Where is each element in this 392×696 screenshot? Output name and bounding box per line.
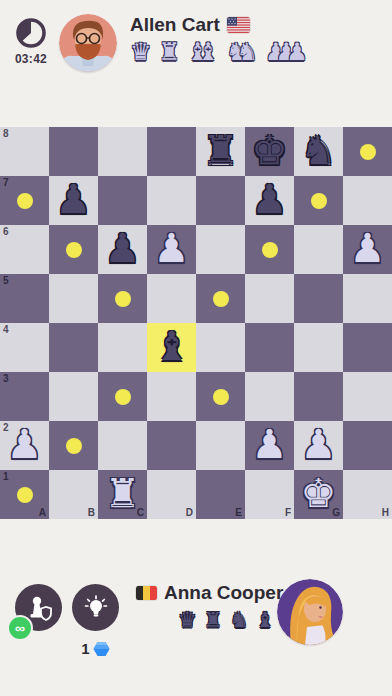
file-label-B: B (88, 507, 95, 518)
black-pawn: ♟ (98, 225, 147, 274)
white-pawn: ♟ (294, 421, 343, 470)
hint-gem-counter: 1 (70, 640, 121, 657)
square-h8[interactable] (343, 127, 392, 176)
lightbulb-icon (81, 593, 111, 623)
square-h4[interactable] (343, 323, 392, 372)
square-e3[interactable] (196, 372, 245, 421)
rank-label-4: 4 (3, 324, 9, 335)
file-label-H: H (382, 507, 389, 518)
infinity-icon: ∞ (9, 617, 31, 639)
move-hint-dot[interactable] (66, 438, 82, 454)
black-pawn: ♟ (245, 176, 294, 225)
square-h5[interactable] (343, 274, 392, 323)
captured-piece-group: ♝ (255, 607, 274, 633)
square-f8[interactable]: ♚ (245, 127, 294, 176)
us-flag-icon (227, 17, 250, 33)
square-a7[interactable]: 7 (0, 176, 49, 225)
game-clock: 03:42 (10, 16, 52, 66)
square-h3[interactable] (343, 372, 392, 421)
square-g6[interactable] (294, 225, 343, 274)
move-hint-dot[interactable] (360, 144, 376, 160)
move-hint-dot[interactable] (17, 487, 33, 503)
rank-label-2: 2 (3, 422, 9, 433)
square-b8[interactable] (49, 127, 98, 176)
square-e7[interactable] (196, 176, 245, 225)
square-a3[interactable]: 3 (0, 372, 49, 421)
square-b7[interactable]: ♟ (49, 176, 98, 225)
move-hint-dot[interactable] (213, 389, 229, 405)
square-g8[interactable]: ♞ (294, 127, 343, 176)
square-d5[interactable] (147, 274, 196, 323)
square-g2[interactable]: ♟ (294, 421, 343, 470)
square-e8[interactable]: ♜ (196, 127, 245, 176)
move-hint-dot[interactable] (66, 242, 82, 258)
square-d6[interactable]: ♟ (147, 225, 196, 274)
square-a5[interactable]: 5 (0, 274, 49, 323)
captured-bishop: ♝ (198, 38, 220, 66)
black-knight: ♞ (294, 127, 343, 176)
captured-piece-group: ♝♝ (187, 38, 219, 66)
rank-label-3: 3 (3, 373, 9, 384)
move-hint-dot[interactable] (115, 389, 131, 405)
timer-text: 03:42 (10, 52, 52, 66)
gem-icon (93, 641, 110, 657)
captured-piece-group: ♞ (230, 607, 249, 633)
black-pawn: ♟ (49, 176, 98, 225)
rank-label-7: 7 (3, 177, 9, 188)
square-e5[interactable] (196, 274, 245, 323)
square-b5[interactable] (49, 274, 98, 323)
square-c3[interactable] (98, 372, 147, 421)
square-c2[interactable] (98, 421, 147, 470)
captured-pawn: ♟ (286, 38, 308, 66)
square-d7[interactable] (147, 176, 196, 225)
square-a2[interactable]: 2♟ (0, 421, 49, 470)
square-f5[interactable] (245, 274, 294, 323)
move-hint-dot[interactable] (17, 193, 33, 209)
black-rook: ♜ (196, 127, 245, 176)
square-g7[interactable] (294, 176, 343, 225)
rank-label-5: 5 (3, 275, 9, 286)
rank-label-6: 6 (3, 226, 9, 237)
square-b2[interactable] (49, 421, 98, 470)
square-g3[interactable] (294, 372, 343, 421)
rank-label-8: 8 (3, 128, 9, 139)
square-b4[interactable] (49, 323, 98, 372)
file-label-G: G (332, 507, 340, 518)
belgium-flag-icon (136, 586, 157, 600)
square-g1[interactable]: G♚ (294, 470, 343, 519)
square-h6[interactable]: ♟ (343, 225, 392, 274)
captured-queen: ♛ (130, 38, 152, 66)
captured-rook: ♜ (204, 607, 223, 633)
captured-queen: ♛ (178, 607, 197, 633)
square-h1[interactable]: H (343, 470, 392, 519)
captured-piece-group: ♛ (130, 38, 152, 66)
square-g5[interactable] (294, 274, 343, 323)
square-a1[interactable]: 1A (0, 470, 49, 519)
square-d1[interactable]: D (147, 470, 196, 519)
square-c7[interactable] (98, 176, 147, 225)
captured-piece-group: ♜ (159, 38, 181, 66)
square-d3[interactable] (147, 372, 196, 421)
square-e2[interactable] (196, 421, 245, 470)
square-a4[interactable]: 4 (0, 323, 49, 372)
captured-bishop: ♝ (255, 607, 274, 633)
file-label-F: F (285, 507, 291, 518)
square-c8[interactable] (98, 127, 147, 176)
file-label-E: E (235, 507, 242, 518)
square-b1[interactable]: B (49, 470, 98, 519)
move-hint-dot[interactable] (213, 291, 229, 307)
square-a6[interactable]: 6 (0, 225, 49, 274)
square-b3[interactable] (49, 372, 98, 421)
square-b6[interactable] (49, 225, 98, 274)
top-player-name: Allen Cart (130, 14, 220, 36)
square-f6[interactable] (245, 225, 294, 274)
square-g4[interactable] (294, 323, 343, 372)
chess-board: 8♜♚♞7♟♟6♟♟♟54♝32♟♟♟1ABC♜DEFG♚H (0, 127, 392, 519)
square-f3[interactable] (245, 372, 294, 421)
move-hint-dot[interactable] (262, 242, 278, 258)
square-e4[interactable] (196, 323, 245, 372)
hint-button[interactable] (72, 584, 119, 631)
square-h2[interactable] (343, 421, 392, 470)
square-d2[interactable] (147, 421, 196, 470)
square-c4[interactable] (98, 323, 147, 372)
square-e1[interactable]: E (196, 470, 245, 519)
black-bishop: ♝ (147, 323, 196, 372)
square-c6[interactable]: ♟ (98, 225, 147, 274)
square-f7[interactable]: ♟ (245, 176, 294, 225)
rank-label-1: 1 (3, 471, 9, 482)
captured-piece-group: ♜ (204, 607, 223, 633)
white-pawn: ♟ (343, 225, 392, 274)
captured-rook: ♜ (159, 38, 181, 66)
avatar-bottom-player (277, 579, 343, 645)
file-label-A: A (39, 507, 46, 518)
captured-knight: ♞ (237, 38, 259, 66)
square-e6[interactable] (196, 225, 245, 274)
square-c5[interactable] (98, 274, 147, 323)
white-pawn: ♟ (147, 225, 196, 274)
square-d8[interactable] (147, 127, 196, 176)
square-f1[interactable]: F (245, 470, 294, 519)
square-f2[interactable]: ♟ (245, 421, 294, 470)
captured-piece-group: ♟♟♟ (265, 38, 308, 66)
file-label-D: D (186, 507, 193, 518)
bottom-player-name: Anna Cooper (164, 582, 283, 604)
square-c1[interactable]: C♜ (98, 470, 147, 519)
clock-icon (14, 16, 48, 50)
white-pawn: ♟ (245, 421, 294, 470)
move-hint-dot[interactable] (115, 291, 131, 307)
file-label-C: C (137, 507, 144, 518)
square-f4[interactable] (245, 323, 294, 372)
captured-piece-group: ♛ (178, 607, 197, 633)
captured-knight: ♞ (230, 607, 249, 633)
square-a8[interactable]: 8 (0, 127, 49, 176)
black-king: ♚ (245, 127, 294, 176)
captured-piece-group: ♞♞ (226, 38, 258, 66)
avatar-top-player (59, 14, 117, 72)
square-h7[interactable] (343, 176, 392, 225)
pawn-shield-icon (24, 593, 54, 623)
top-player-captured-pieces: ♛♜♝♝♞♞♟♟♟ (130, 36, 308, 66)
move-hint-dot[interactable] (311, 193, 327, 209)
square-d4[interactable]: ♝ (147, 323, 196, 372)
gem-count: 1 (81, 640, 89, 657)
